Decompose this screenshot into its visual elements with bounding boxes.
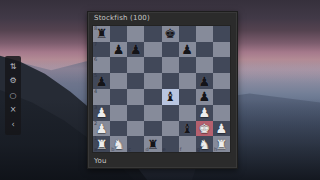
square-b8[interactable] — [110, 26, 127, 42]
flip-board-icon[interactable]: ⇅ — [5, 63, 21, 71]
player-name-label: You — [88, 153, 237, 168]
square-h6[interactable] — [213, 57, 230, 73]
opponent-name-label: Stockfish (100) — [88, 12, 237, 25]
square-e3[interactable] — [162, 105, 179, 121]
square-b4[interactable] — [110, 89, 127, 105]
square-a4[interactable]: 4 — [93, 89, 110, 105]
square-b6[interactable] — [110, 57, 127, 73]
square-d4[interactable] — [144, 89, 161, 105]
piece-black-pawn-a5[interactable]: ♟ — [93, 73, 110, 89]
piece-black-pawn-g5[interactable]: ♟ — [196, 73, 213, 89]
piece-white-pawn-a2[interactable]: ♟ — [93, 121, 110, 137]
piece-black-pawn-b7[interactable]: ♟ — [110, 42, 127, 58]
square-b2[interactable] — [110, 121, 127, 137]
square-e1[interactable]: e — [162, 136, 179, 152]
square-b5[interactable] — [110, 73, 127, 89]
square-g4[interactable]: ♟ — [196, 89, 213, 105]
square-d5[interactable] — [144, 73, 161, 89]
square-e6[interactable] — [162, 57, 179, 73]
square-g2[interactable]: ♚ — [196, 121, 213, 137]
file-coordinate-e: e — [163, 147, 166, 152]
chess-panel: Stockfish (100) 8♜♚7♟♟♟65♟♟4♝♟3♟♟2♟♝♚♟1a… — [87, 11, 238, 169]
file-coordinate-f: f — [180, 147, 182, 152]
square-h2[interactable]: ♟ — [213, 121, 230, 137]
file-coordinate-c: c — [128, 147, 131, 152]
square-c1[interactable]: c — [127, 136, 144, 152]
square-f5[interactable] — [179, 73, 196, 89]
square-c4[interactable] — [127, 89, 144, 105]
piece-white-rook-h1[interactable]: ♜ — [213, 136, 230, 152]
rank-coordinate-6: 6 — [94, 57, 97, 62]
square-a3[interactable]: 3♟ — [93, 105, 110, 121]
rank-coordinate-4: 4 — [94, 89, 97, 94]
piece-black-bishop-e4[interactable]: ♝ — [162, 89, 179, 105]
square-g8[interactable] — [196, 26, 213, 42]
chess-board: 8♜♚7♟♟♟65♟♟4♝♟3♟♟2♟♝♚♟1a♜b♞cd♜efg♞h♜ — [92, 25, 231, 154]
new-game-circle-icon[interactable]: ○ — [5, 92, 21, 100]
square-b7[interactable]: ♟ — [110, 42, 127, 58]
square-a1[interactable]: 1a♜ — [93, 136, 110, 152]
square-h7[interactable] — [213, 42, 230, 58]
piece-white-rook-a1[interactable]: ♜ — [93, 136, 110, 152]
piece-white-knight-g1[interactable]: ♞ — [196, 136, 213, 152]
square-e5[interactable] — [162, 73, 179, 89]
square-d8[interactable] — [144, 26, 161, 42]
square-h8[interactable] — [213, 26, 230, 42]
piece-black-pawn-g4[interactable]: ♟ — [196, 89, 213, 105]
square-h4[interactable] — [213, 89, 230, 105]
square-f4[interactable] — [179, 89, 196, 105]
square-c6[interactable] — [127, 57, 144, 73]
settings-gear-icon[interactable]: ⚙ — [5, 77, 21, 85]
side-toolbar: ⇅⚙○×‹ — [5, 56, 21, 135]
square-g6[interactable] — [196, 57, 213, 73]
square-b3[interactable] — [110, 105, 127, 121]
square-g7[interactable] — [196, 42, 213, 58]
square-c2[interactable] — [127, 121, 144, 137]
square-d7[interactable] — [144, 42, 161, 58]
square-c8[interactable] — [127, 26, 144, 42]
square-f2[interactable]: ♝ — [179, 121, 196, 137]
piece-white-pawn-a3[interactable]: ♟ — [93, 105, 110, 121]
close-icon[interactable]: × — [5, 106, 21, 114]
square-g5[interactable]: ♟ — [196, 73, 213, 89]
piece-white-knight-b1[interactable]: ♞ — [110, 136, 127, 152]
square-a8[interactable]: 8♜ — [93, 26, 110, 42]
piece-black-king-e8[interactable]: ♚ — [162, 26, 179, 42]
square-h5[interactable] — [213, 73, 230, 89]
square-d2[interactable] — [144, 121, 161, 137]
square-f7[interactable]: ♟ — [179, 42, 196, 58]
square-f3[interactable] — [179, 105, 196, 121]
rank-coordinate-7: 7 — [94, 42, 97, 47]
square-a2[interactable]: 2♟ — [93, 121, 110, 137]
square-a6[interactable]: 6 — [93, 57, 110, 73]
piece-black-bishop-f2[interactable]: ♝ — [179, 121, 196, 137]
square-b1[interactable]: b♞ — [110, 136, 127, 152]
collapse-chevron-icon[interactable]: ‹ — [5, 121, 21, 129]
piece-white-pawn-g3[interactable]: ♟ — [196, 105, 213, 121]
square-c7[interactable]: ♟ — [127, 42, 144, 58]
piece-black-rook-d1[interactable]: ♜ — [144, 136, 161, 152]
square-c5[interactable] — [127, 73, 144, 89]
square-e7[interactable] — [162, 42, 179, 58]
square-a7[interactable]: 7 — [93, 42, 110, 58]
square-f1[interactable]: f — [179, 136, 196, 152]
square-d6[interactable] — [144, 57, 161, 73]
piece-white-pawn-h2[interactable]: ♟ — [213, 121, 230, 137]
square-g3[interactable]: ♟ — [196, 105, 213, 121]
square-e4[interactable]: ♝ — [162, 89, 179, 105]
square-d3[interactable] — [144, 105, 161, 121]
square-h1[interactable]: h♜ — [213, 136, 230, 152]
square-f8[interactable] — [179, 26, 196, 42]
square-e2[interactable] — [162, 121, 179, 137]
square-h3[interactable] — [213, 105, 230, 121]
app-screen: ⇅⚙○×‹ Stockfish (100) 8♜♚7♟♟♟65♟♟4♝♟3♟♟2… — [0, 0, 320, 180]
piece-black-rook-a8[interactable]: ♜ — [93, 26, 110, 42]
square-d1[interactable]: d♜ — [144, 136, 161, 152]
square-e8[interactable]: ♚ — [162, 26, 179, 42]
square-f6[interactable] — [179, 57, 196, 73]
square-g1[interactable]: g♞ — [196, 136, 213, 152]
piece-black-pawn-c7[interactable]: ♟ — [127, 42, 144, 58]
square-c3[interactable] — [127, 105, 144, 121]
piece-black-pawn-f7[interactable]: ♟ — [179, 42, 196, 58]
square-a5[interactable]: 5♟ — [93, 73, 110, 89]
piece-white-king-g2[interactable]: ♚ — [196, 121, 213, 137]
